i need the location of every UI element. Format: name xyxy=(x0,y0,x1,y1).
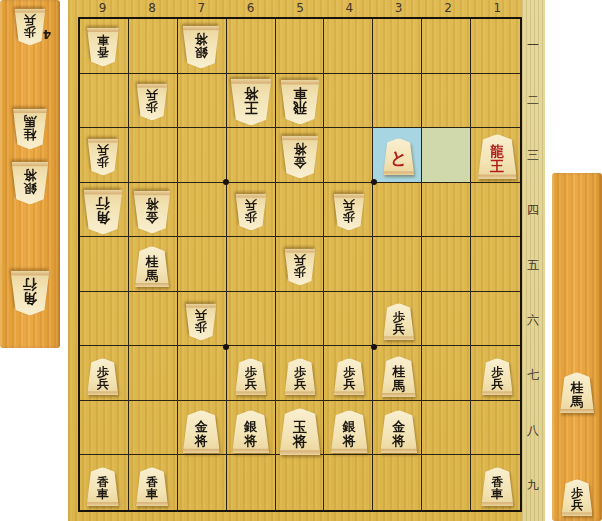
piece-kanji: 飛車 xyxy=(281,79,320,124)
square-3d[interactable] xyxy=(373,183,422,238)
piece-kanji: 香車 xyxy=(481,467,513,506)
piece-pawn-4g[interactable]: 歩兵 xyxy=(334,358,365,395)
square-4a[interactable] xyxy=(324,19,373,74)
square-2e[interactable] xyxy=(422,237,471,292)
piece-tokin-3c[interactable]: と xyxy=(383,138,414,175)
piece-kanji: 銀将 xyxy=(232,410,269,453)
square-9h[interactable] xyxy=(80,401,129,456)
piece-kanji: 歩兵 xyxy=(137,83,168,120)
file-label-6: 6 xyxy=(247,1,255,15)
hand-sente-knight[interactable]: 桂馬 xyxy=(560,372,594,413)
star-point xyxy=(371,179,377,185)
piece-pawn-5g[interactable]: 歩兵 xyxy=(285,358,316,395)
file-label-2: 2 xyxy=(444,1,452,15)
piece-rook-5b[interactable]: 飛車 xyxy=(281,79,320,124)
square-6a[interactable] xyxy=(227,19,276,74)
piece-pawn-4d[interactable]: 歩兵 xyxy=(334,193,365,230)
square-1a[interactable] xyxy=(471,19,520,74)
piece-gold-8d[interactable]: 金将 xyxy=(134,190,171,233)
piece-bishop-9d[interactable]: 角行 xyxy=(83,189,122,234)
piece-lance-1i[interactable]: 香車 xyxy=(481,467,513,506)
piece-pawn-9g[interactable]: 歩兵 xyxy=(87,358,118,395)
piece-kanji: 桂馬 xyxy=(13,108,47,149)
piece-gold-7h[interactable]: 金将 xyxy=(183,410,220,453)
piece-kanji: 桂馬 xyxy=(560,372,594,413)
sente-captured-pieces-stand xyxy=(552,173,602,521)
square-8c[interactable] xyxy=(129,128,178,183)
piece-kanji: 歩兵 xyxy=(87,358,118,395)
piece-pawn-9c[interactable]: 歩兵 xyxy=(87,138,118,175)
square-5i[interactable] xyxy=(276,455,325,510)
piece-kanji: 香車 xyxy=(87,467,119,506)
file-label-5: 5 xyxy=(296,1,304,15)
piece-lance-9a[interactable]: 香車 xyxy=(87,27,119,66)
piece-kanji: 王将 xyxy=(230,78,271,125)
piece-king-6b[interactable]: 王将 xyxy=(230,78,271,125)
piece-kanji: 金将 xyxy=(134,190,171,233)
piece-kanji: 歩兵 xyxy=(235,193,266,230)
piece-kanji: 金将 xyxy=(183,410,220,453)
square-1h[interactable] xyxy=(471,401,520,456)
piece-pawn-7f[interactable]: 歩兵 xyxy=(186,303,217,340)
piece-silver-6h[interactable]: 銀将 xyxy=(232,410,269,453)
file-label-8: 8 xyxy=(148,1,156,15)
piece-silver-7a[interactable]: 銀将 xyxy=(183,25,220,68)
piece-kanji: 歩兵 xyxy=(87,138,118,175)
square-6e[interactable] xyxy=(227,237,276,292)
piece-pawn-6d[interactable]: 歩兵 xyxy=(235,193,266,230)
piece-pawn-6g[interactable]: 歩兵 xyxy=(235,358,266,395)
hand-gote-pawn-count: 4 xyxy=(43,28,51,40)
square-2a[interactable] xyxy=(422,19,471,74)
square-8g[interactable] xyxy=(129,346,178,401)
square-8h[interactable] xyxy=(129,401,178,456)
piece-kanji: 香車 xyxy=(136,467,168,506)
piece-lance-8i[interactable]: 香車 xyxy=(136,467,168,506)
piece-pawn-1g[interactable]: 歩兵 xyxy=(482,358,513,395)
square-7g[interactable] xyxy=(178,346,227,401)
rank-label-4: 四 xyxy=(527,201,539,218)
square-1f[interactable] xyxy=(471,292,520,347)
piece-gold-3h[interactable]: 金将 xyxy=(380,410,417,453)
square-1d[interactable] xyxy=(471,183,520,238)
shogi-app: 987654321一二三四五六七八九香車銀将歩兵王将飛車歩兵金将と龍王角行金将歩… xyxy=(0,0,602,521)
file-label-7: 7 xyxy=(198,1,206,15)
square-3e[interactable] xyxy=(373,237,422,292)
square-4f[interactable] xyxy=(324,292,373,347)
file-label-9: 9 xyxy=(99,1,107,15)
hand-sente-pawn[interactable]: 歩兵 xyxy=(562,479,593,516)
piece-kanji: 桂馬 xyxy=(382,356,416,397)
square-4b[interactable] xyxy=(324,74,373,129)
square-4c[interactable] xyxy=(324,128,373,183)
rank-label-5: 五 xyxy=(527,256,539,273)
square-1e[interactable] xyxy=(471,237,520,292)
square-6c[interactable] xyxy=(227,128,276,183)
piece-knight-3g[interactable]: 桂馬 xyxy=(382,356,416,397)
piece-kanji: 歩兵 xyxy=(334,358,365,395)
square-5a[interactable] xyxy=(276,19,325,74)
square-4i[interactable] xyxy=(324,455,373,510)
square-1b[interactable] xyxy=(471,74,520,129)
square-3a[interactable] xyxy=(373,19,422,74)
rank-label-9: 九 xyxy=(527,476,539,493)
square-8f[interactable] xyxy=(129,292,178,347)
rank-label-6: 六 xyxy=(527,311,539,328)
piece-kanji: 香車 xyxy=(87,27,119,66)
hand-gote-knight[interactable]: 桂馬 xyxy=(13,108,47,149)
square-2b[interactable] xyxy=(422,74,471,129)
square-5f[interactable] xyxy=(276,292,325,347)
square-2d[interactable] xyxy=(422,183,471,238)
piece-kanji: 歩兵 xyxy=(285,358,316,395)
square-3b[interactable] xyxy=(373,74,422,129)
square-2c[interactable] xyxy=(422,128,471,183)
square-7b[interactable] xyxy=(178,74,227,129)
piece-kanji: 銀将 xyxy=(331,410,368,453)
star-point xyxy=(371,344,377,350)
square-6f[interactable] xyxy=(227,292,276,347)
star-point xyxy=(223,344,229,350)
piece-kanji: 歩兵 xyxy=(482,358,513,395)
file-label-1: 1 xyxy=(494,1,502,15)
hand-gote-bishop[interactable]: 角行 xyxy=(11,270,50,315)
square-5d[interactable] xyxy=(276,183,325,238)
piece-kanji: 角行 xyxy=(83,189,122,234)
square-2g[interactable] xyxy=(422,346,471,401)
square-9f[interactable] xyxy=(80,292,129,347)
piece-kanji: 歩兵 xyxy=(383,303,414,340)
piece-kanji: 歩兵 xyxy=(334,193,365,230)
piece-pawn-3f[interactable]: 歩兵 xyxy=(383,303,414,340)
hand-gote-silver[interactable]: 銀将 xyxy=(12,161,49,204)
piece-lance-9i[interactable]: 香車 xyxy=(87,467,119,506)
piece-knight-8e[interactable]: 桂馬 xyxy=(135,246,169,287)
square-8a[interactable] xyxy=(129,19,178,74)
square-6i[interactable] xyxy=(227,455,276,510)
piece-silver-4h[interactable]: 銀将 xyxy=(331,410,368,453)
piece-kanji: 龍王 xyxy=(478,134,517,179)
square-2h[interactable] xyxy=(422,401,471,456)
square-3i[interactable] xyxy=(373,455,422,510)
rank-label-3: 三 xyxy=(527,146,539,163)
piece-gold-5c[interactable]: 金将 xyxy=(282,135,319,178)
rank-label-8: 八 xyxy=(527,421,539,438)
square-7e[interactable] xyxy=(178,237,227,292)
piece-kanji: 桂馬 xyxy=(135,246,169,287)
piece-king-5h[interactable]: 玉将 xyxy=(280,408,321,455)
square-7c[interactable] xyxy=(178,128,227,183)
piece-kanji: 銀将 xyxy=(12,161,49,204)
square-2f[interactable] xyxy=(422,292,471,347)
piece-kanji: 歩兵 xyxy=(285,248,316,285)
piece-kanji: 歩兵 xyxy=(235,358,266,395)
piece-kanji: 歩兵 xyxy=(186,303,217,340)
piece-pawn-8b[interactable]: 歩兵 xyxy=(137,83,168,120)
rank-label-2: 二 xyxy=(527,91,539,108)
rank-label-7: 七 xyxy=(527,366,539,383)
square-2i[interactable] xyxy=(422,455,471,510)
piece-kanji: 銀将 xyxy=(183,25,220,68)
square-9e[interactable] xyxy=(80,237,129,292)
file-label-4: 4 xyxy=(346,1,354,15)
piece-dragon-1c[interactable]: 龍王 xyxy=(478,134,517,179)
piece-kanji: 玉将 xyxy=(280,408,321,455)
rank-label-1: 一 xyxy=(527,36,539,53)
piece-kanji: 金将 xyxy=(282,135,319,178)
square-4e[interactable] xyxy=(324,237,373,292)
piece-kanji: 歩兵 xyxy=(562,479,593,516)
hand-gote-pawn[interactable]: 歩兵 xyxy=(15,8,46,45)
star-point xyxy=(223,179,229,185)
piece-pawn-5e[interactable]: 歩兵 xyxy=(285,248,316,285)
piece-kanji: 歩兵 xyxy=(15,8,46,45)
square-7i[interactable] xyxy=(178,455,227,510)
file-label-3: 3 xyxy=(395,1,403,15)
square-7d[interactable] xyxy=(178,183,227,238)
piece-kanji: と xyxy=(383,138,414,175)
square-9b[interactable] xyxy=(80,74,129,129)
piece-kanji: 角行 xyxy=(11,270,50,315)
piece-kanji: 金将 xyxy=(380,410,417,453)
